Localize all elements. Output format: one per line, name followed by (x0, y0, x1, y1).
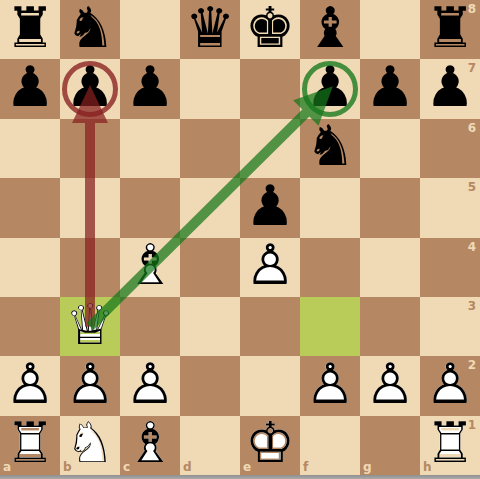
square-b1[interactable]: ♞♘b (60, 416, 120, 475)
file-label-a: a (3, 460, 11, 474)
square-f8[interactable]: ♝ (300, 0, 360, 59)
black-knight-glyph: ♞ (305, 118, 355, 174)
rank-label-1: 1 (468, 418, 476, 432)
piece-black-knight[interactable]: ♞ (60, 0, 120, 59)
square-g7[interactable]: ♟ (360, 59, 420, 118)
square-f5[interactable] (300, 178, 360, 237)
file-label-d: d (183, 460, 192, 474)
white-queen-outline: ♕ (65, 296, 115, 352)
piece-black-rook[interactable]: ♜ (0, 0, 60, 59)
square-g8[interactable] (360, 0, 420, 59)
square-f3[interactable] (300, 297, 360, 356)
piece-black-pawn[interactable]: ♟ (60, 59, 120, 118)
rank-label-2: 2 (468, 358, 476, 372)
square-a3[interactable] (0, 297, 60, 356)
square-h8[interactable]: ♜8 (420, 0, 480, 59)
piece-black-bishop[interactable]: ♝ (300, 0, 360, 59)
rank-label-8: 8 (468, 2, 476, 16)
square-e2[interactable] (240, 356, 300, 415)
piece-white-pawn[interactable]: ♟♙ (240, 238, 300, 297)
white-pawn-outline: ♙ (65, 356, 115, 412)
square-b5[interactable] (60, 178, 120, 237)
square-c1[interactable]: ♝♗c (120, 416, 180, 475)
piece-white-pawn[interactable]: ♟♙ (300, 356, 360, 415)
white-pawn-outline: ♙ (125, 356, 175, 412)
square-d3[interactable] (180, 297, 240, 356)
file-label-g: g (363, 460, 372, 474)
square-d8[interactable]: ♛ (180, 0, 240, 59)
piece-black-knight[interactable]: ♞ (300, 119, 360, 178)
black-bishop-glyph: ♝ (305, 0, 355, 55)
file-label-b: b (63, 460, 72, 474)
piece-white-pawn[interactable]: ♟♙ (60, 356, 120, 415)
white-knight-outline: ♘ (65, 415, 115, 471)
black-pawn-glyph: ♟ (65, 59, 115, 115)
white-pawn-outline: ♙ (365, 356, 415, 412)
square-d4[interactable] (180, 238, 240, 297)
square-e6[interactable] (240, 119, 300, 178)
square-b6[interactable] (60, 119, 120, 178)
black-pawn-glyph: ♟ (5, 59, 55, 115)
square-c3[interactable] (120, 297, 180, 356)
square-g6[interactable] (360, 119, 420, 178)
piece-black-pawn[interactable]: ♟ (120, 59, 180, 118)
file-label-e: e (243, 460, 251, 474)
black-knight-glyph: ♞ (65, 0, 115, 55)
square-c7[interactable]: ♟ (120, 59, 180, 118)
rank-label-4: 4 (468, 240, 476, 254)
square-g1[interactable]: g (360, 416, 420, 475)
square-f7[interactable]: ♟ (300, 59, 360, 118)
square-d2[interactable] (180, 356, 240, 415)
file-label-c: c (123, 460, 130, 474)
square-g2[interactable]: ♟♙ (360, 356, 420, 415)
square-c5[interactable] (120, 178, 180, 237)
rank-label-6: 6 (468, 121, 476, 135)
square-b4[interactable] (60, 238, 120, 297)
piece-black-pawn[interactable]: ♟ (300, 59, 360, 118)
square-c8[interactable] (120, 0, 180, 59)
rank-label-5: 5 (468, 180, 476, 194)
square-b3[interactable]: ♛♕ (60, 297, 120, 356)
square-e3[interactable] (240, 297, 300, 356)
square-h3[interactable]: 3 (420, 297, 480, 356)
square-f6[interactable]: ♞ (300, 119, 360, 178)
white-rook-outline: ♖ (5, 415, 55, 471)
file-label-f: f (303, 460, 308, 474)
white-pawn-outline: ♙ (245, 237, 295, 293)
square-e4[interactable]: ♟♙ (240, 238, 300, 297)
square-d1[interactable]: d (180, 416, 240, 475)
chess-board[interactable]: ♜♞♛♚♝♜8♟♟♟♟♟♟7♞6♟5♝♗♟♙4♛♕3♟♙♟♙♟♙♟♙♟♙♟♙2♜… (0, 0, 480, 475)
black-pawn-glyph: ♟ (365, 59, 415, 115)
piece-white-pawn[interactable]: ♟♙ (0, 356, 60, 415)
square-d5[interactable] (180, 178, 240, 237)
square-h1[interactable]: ♜♖h1 (420, 416, 480, 475)
piece-black-pawn[interactable]: ♟ (360, 59, 420, 118)
file-label-h: h (423, 460, 432, 474)
square-a5[interactable] (0, 178, 60, 237)
piece-black-king[interactable]: ♚ (240, 0, 300, 59)
square-b8[interactable]: ♞ (60, 0, 120, 59)
black-king-glyph: ♚ (245, 0, 295, 55)
square-d7[interactable] (180, 59, 240, 118)
square-e7[interactable] (240, 59, 300, 118)
square-g5[interactable] (360, 178, 420, 237)
square-a1[interactable]: ♜♖a (0, 416, 60, 475)
rank-label-3: 3 (468, 299, 476, 313)
piece-white-bishop[interactable]: ♝♗ (120, 238, 180, 297)
piece-black-pawn[interactable]: ♟ (240, 178, 300, 237)
square-g4[interactable] (360, 238, 420, 297)
rank-label-7: 7 (468, 61, 476, 75)
square-f2[interactable]: ♟♙ (300, 356, 360, 415)
square-f1[interactable]: f (300, 416, 360, 475)
page-bottom-scrollbar[interactable] (0, 475, 480, 479)
piece-black-pawn[interactable]: ♟ (0, 59, 60, 118)
piece-white-pawn[interactable]: ♟♙ (360, 356, 420, 415)
square-h4[interactable]: 4 (420, 238, 480, 297)
piece-white-pawn[interactable]: ♟♙ (120, 356, 180, 415)
black-pawn-glyph: ♟ (305, 59, 355, 115)
white-bishop-outline: ♗ (125, 237, 175, 293)
square-h7[interactable]: ♟7 (420, 59, 480, 118)
square-a7[interactable]: ♟ (0, 59, 60, 118)
black-rook-glyph: ♜ (5, 0, 55, 55)
white-pawn-outline: ♙ (5, 356, 55, 412)
square-h2[interactable]: ♟♙2 (420, 356, 480, 415)
square-e8[interactable]: ♚ (240, 0, 300, 59)
square-a6[interactable] (0, 119, 60, 178)
square-c2[interactable]: ♟♙ (120, 356, 180, 415)
square-a2[interactable]: ♟♙ (0, 356, 60, 415)
square-b7[interactable]: ♟ (60, 59, 120, 118)
square-a8[interactable]: ♜ (0, 0, 60, 59)
square-e5[interactable]: ♟ (240, 178, 300, 237)
white-king-outline: ♔ (245, 415, 295, 471)
square-h5[interactable]: 5 (420, 178, 480, 237)
square-c4[interactable]: ♝♗ (120, 238, 180, 297)
black-queen-glyph: ♛ (185, 0, 235, 55)
square-d6[interactable] (180, 119, 240, 178)
square-h6[interactable]: 6 (420, 119, 480, 178)
square-c6[interactable] (120, 119, 180, 178)
square-a4[interactable] (0, 238, 60, 297)
white-bishop-outline: ♗ (125, 415, 175, 471)
piece-white-queen[interactable]: ♛♕ (60, 297, 120, 356)
black-pawn-glyph: ♟ (245, 178, 295, 234)
square-f4[interactable] (300, 238, 360, 297)
square-b2[interactable]: ♟♙ (60, 356, 120, 415)
chess-app: ♜♞♛♚♝♜8♟♟♟♟♟♟7♞6♟5♝♗♟♙4♛♕3♟♙♟♙♟♙♟♙♟♙♟♙2♜… (0, 0, 480, 479)
black-pawn-glyph: ♟ (125, 59, 175, 115)
square-g3[interactable] (360, 297, 420, 356)
white-pawn-outline: ♙ (305, 356, 355, 412)
square-e1[interactable]: ♚♔e (240, 416, 300, 475)
piece-black-queen[interactable]: ♛ (180, 0, 240, 59)
